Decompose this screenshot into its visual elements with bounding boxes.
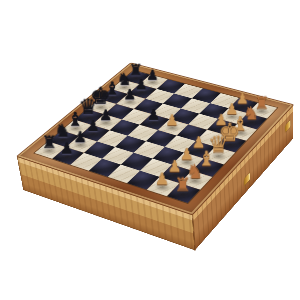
black-pawn-d7: ♟ (99, 108, 112, 123)
tan-rook-a1: ♜ (174, 175, 191, 194)
black-knight-b8: ♞ (55, 122, 71, 140)
chess-set-photo: ♜♟♟♜♞♟♟♞♝♟♟♝♚♟♟♚♛♟♟♛♝♟♟♝♞♟♟♞♜♟♟♜ (0, 0, 300, 300)
black-pawn-b7: ♟ (74, 130, 88, 145)
black-pawn-f7: ♟ (123, 88, 136, 102)
chess-board: ♜♟♟♜♞♟♟♞♝♟♟♝♚♟♟♚♛♟♟♛♝♟♟♝♞♟♟♞♜♟♟♜ (16, 63, 294, 216)
black-pawn-h7: ♟ (146, 69, 158, 83)
brass-latch-front (244, 173, 250, 186)
black-pawn-g7: ♟ (135, 78, 148, 92)
black-pawn-a7: ♟ (60, 141, 74, 156)
black-rook-a8: ♜ (41, 134, 57, 151)
tan-pawn-e4: ♟ (165, 113, 178, 128)
black-pawn-c7: ♟ (87, 119, 100, 134)
black-pawn-e5: ♟ (147, 108, 160, 123)
tan-pawn-a2: ♟ (155, 171, 170, 187)
brass-latch-side (285, 120, 290, 132)
